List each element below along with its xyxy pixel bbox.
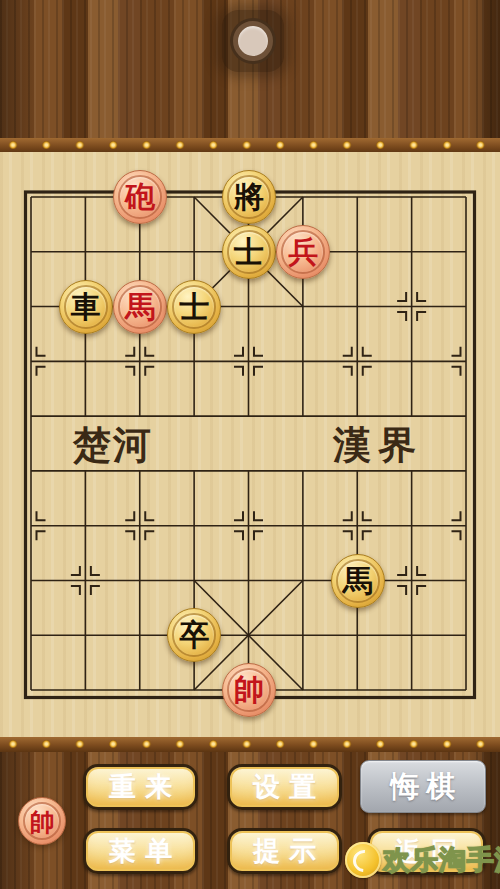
turn-indicator-glyph: 帥 [30, 810, 55, 835]
piece-glyph: 馬 [125, 292, 155, 322]
piece-glyph: 馬 [343, 566, 373, 596]
piece-glyph: 士 [179, 292, 209, 322]
piece-black-advisor-2[interactable]: 士 [167, 280, 221, 334]
menu-button[interactable]: 菜单 [83, 828, 198, 874]
piece-glyph: 車 [71, 292, 101, 322]
watermark-text: 欢乐淘手游 [383, 842, 500, 878]
piece-red-horse[interactable]: 馬 [113, 280, 167, 334]
watermark: 欢乐淘手游 [345, 840, 500, 880]
piece-glyph: 砲 [125, 182, 155, 212]
piece-red-general[interactable]: 帥 [222, 663, 276, 717]
piece-black-chariot[interactable]: 車 [59, 280, 113, 334]
turn-indicator-red-general: 帥 [18, 797, 66, 845]
piece-glyph: 帥 [234, 675, 264, 705]
piece-red-cannon[interactable]: 砲 [113, 170, 167, 224]
camera-lens-icon [233, 21, 273, 61]
restart-button[interactable]: 重来 [83, 764, 198, 810]
piece-glyph: 兵 [288, 237, 318, 267]
undo-button[interactable]: 悔棋 [360, 760, 486, 813]
piece-black-soldier[interactable]: 卒 [167, 608, 221, 662]
game-screen: 楚河 漢界 砲將士兵車馬士馬卒帥 帥 重来 设置 悔棋 菜单 提示 返回 欢乐淘… [0, 0, 500, 889]
piece-black-horse[interactable]: 馬 [331, 554, 385, 608]
piece-grid: 砲將士兵車馬士馬卒帥 [4, 170, 494, 718]
studded-rail-bottom [0, 737, 500, 752]
studded-rail-top [0, 138, 500, 153]
piece-glyph: 將 [234, 182, 264, 212]
piece-black-advisor[interactable]: 士 [222, 225, 276, 279]
watermark-logo-icon [345, 842, 381, 878]
camera-cutout [222, 10, 284, 72]
hint-button[interactable]: 提示 [227, 828, 342, 874]
piece-glyph: 士 [234, 237, 264, 267]
piece-black-general[interactable]: 將 [222, 170, 276, 224]
settings-button[interactable]: 设置 [227, 764, 342, 810]
piece-red-soldier[interactable]: 兵 [276, 225, 330, 279]
piece-glyph: 卒 [179, 620, 209, 650]
